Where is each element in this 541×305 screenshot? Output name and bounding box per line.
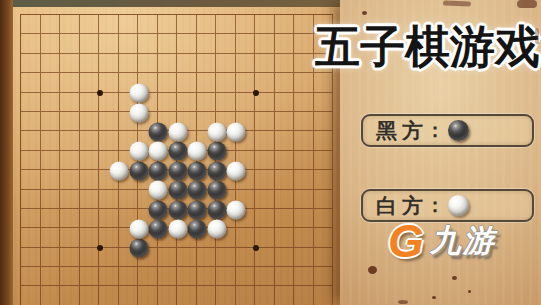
board-cell[interactable]	[294, 112, 314, 131]
board-cell[interactable]	[177, 15, 197, 34]
board-cell[interactable]	[236, 15, 256, 34]
black-stone	[188, 200, 207, 219]
board-cell[interactable]	[21, 112, 41, 131]
white-stone	[227, 122, 246, 141]
board-cell[interactable]	[80, 93, 100, 112]
black-player-colon: ：	[425, 117, 445, 144]
board-cell[interactable]	[314, 209, 334, 228]
board-cell[interactable]	[21, 151, 41, 170]
white-stone	[207, 122, 226, 141]
board-cell[interactable]	[80, 267, 100, 286]
board-cell[interactable]	[177, 248, 197, 267]
board-cell[interactable]	[294, 209, 314, 228]
board-cell[interactable]	[119, 54, 139, 73]
black-stone	[149, 219, 168, 238]
board-cell[interactable]	[275, 73, 295, 92]
black-stone	[188, 219, 207, 238]
board-cell[interactable]	[21, 228, 41, 247]
board-cell[interactable]	[275, 228, 295, 247]
board-cell[interactable]	[99, 209, 119, 228]
board-cell[interactable]	[255, 248, 275, 267]
board-cell[interactable]	[41, 190, 61, 209]
board-cell[interactable]	[21, 286, 41, 305]
board-cell[interactable]	[99, 15, 119, 34]
board-cell[interactable]	[236, 267, 256, 286]
board-cell[interactable]	[99, 267, 119, 286]
board-cell[interactable]	[138, 286, 158, 305]
star-point	[97, 245, 103, 251]
board-cell[interactable]	[294, 228, 314, 247]
board-cell[interactable]	[236, 248, 256, 267]
board-cell[interactable]	[41, 209, 61, 228]
board-cell[interactable]	[60, 112, 80, 131]
board-cell[interactable]	[138, 267, 158, 286]
white-stone	[168, 122, 187, 141]
board-cell[interactable]	[21, 170, 41, 189]
board-cell[interactable]	[99, 73, 119, 92]
board-cell[interactable]	[99, 286, 119, 305]
board-cell[interactable]	[21, 131, 41, 150]
board-cell[interactable]	[197, 286, 217, 305]
jiuyou-logo-text: 九游	[430, 220, 496, 262]
black-stone	[149, 161, 168, 180]
board-cell[interactable]	[119, 190, 139, 209]
black-stone	[168, 161, 187, 180]
board-cell[interactable]	[158, 93, 178, 112]
board-cell[interactable]	[60, 34, 80, 53]
white-stone	[168, 219, 187, 238]
board-cell[interactable]	[138, 15, 158, 34]
black-stone	[149, 122, 168, 141]
board-cell[interactable]	[60, 209, 80, 228]
board-cell[interactable]	[80, 209, 100, 228]
board-cell[interactable]	[99, 190, 119, 209]
side-panel: 五子棋游戏 黑方 ： 白方 ： G 九游	[340, 0, 541, 305]
board-cell[interactable]	[21, 73, 41, 92]
board-cell[interactable]	[177, 73, 197, 92]
board-cell[interactable]	[255, 286, 275, 305]
board-cell[interactable]	[294, 131, 314, 150]
board-cell[interactable]	[275, 54, 295, 73]
board-cell[interactable]	[255, 190, 275, 209]
board-cell[interactable]	[236, 54, 256, 73]
board-cell[interactable]	[21, 190, 41, 209]
board-cell[interactable]	[255, 131, 275, 150]
white-stone	[207, 219, 226, 238]
board-cell[interactable]	[60, 131, 80, 150]
board-cell[interactable]	[216, 54, 236, 73]
board-cell[interactable]	[314, 228, 334, 247]
board-cell[interactable]	[314, 112, 334, 131]
board-cell[interactable]	[255, 170, 275, 189]
board-cell[interactable]	[41, 267, 61, 286]
board-cell[interactable]	[60, 248, 80, 267]
board-cell[interactable]	[60, 190, 80, 209]
jiuyou-logo-icon: G	[388, 218, 424, 264]
black-stone	[129, 239, 148, 258]
board-cell[interactable]	[216, 15, 236, 34]
board-cell[interactable]	[41, 112, 61, 131]
board-cell[interactable]	[99, 228, 119, 247]
board-cell[interactable]	[255, 54, 275, 73]
board-cell[interactable]	[275, 34, 295, 53]
board-cell[interactable]	[158, 267, 178, 286]
board-left-edge	[0, 0, 13, 305]
black-stone	[207, 200, 226, 219]
white-stone	[188, 142, 207, 161]
white-stone	[129, 142, 148, 161]
gomoku-app: 五子棋游戏 黑方 ： 白方 ： G 九游	[0, 0, 541, 305]
white-stone-icon	[448, 195, 469, 216]
board-cell[interactable]	[41, 170, 61, 189]
white-stone	[227, 161, 246, 180]
board-cell[interactable]	[41, 54, 61, 73]
board-cell[interactable]	[216, 267, 236, 286]
ink-stain	[432, 296, 436, 299]
board-cell[interactable]	[99, 112, 119, 131]
board-cell[interactable]	[80, 190, 100, 209]
board-cell[interactable]	[275, 267, 295, 286]
board-cell[interactable]	[60, 54, 80, 73]
board-cell[interactable]	[197, 73, 217, 92]
board-cell[interactable]	[80, 54, 100, 73]
board-cell[interactable]	[275, 248, 295, 267]
board-cell[interactable]	[255, 209, 275, 228]
board-cell[interactable]	[314, 93, 334, 112]
board-cell[interactable]	[158, 54, 178, 73]
board-cell[interactable]	[314, 170, 334, 189]
board-cell[interactable]	[41, 73, 61, 92]
board-cell[interactable]	[119, 286, 139, 305]
board-cell[interactable]	[99, 54, 119, 73]
board-cell[interactable]	[314, 190, 334, 209]
board-cell[interactable]	[275, 209, 295, 228]
board-cell[interactable]	[275, 286, 295, 305]
board-cell[interactable]	[158, 15, 178, 34]
board-cell[interactable]	[138, 34, 158, 53]
ink-stain	[452, 276, 457, 280]
board-cell[interactable]	[177, 34, 197, 53]
board-cell[interactable]	[294, 93, 314, 112]
board-cell[interactable]	[236, 93, 256, 112]
board-cell[interactable]	[255, 267, 275, 286]
board-cell[interactable]	[197, 54, 217, 73]
board-cell[interactable]	[314, 286, 334, 305]
board-cell[interactable]	[275, 131, 295, 150]
black-stone	[207, 181, 226, 200]
white-stone	[129, 84, 148, 103]
board-cell[interactable]	[60, 93, 80, 112]
white-stone	[129, 219, 148, 238]
board-cell[interactable]	[177, 286, 197, 305]
black-player-strip: 黑方 ：	[361, 114, 534, 147]
board-cell[interactable]	[80, 170, 100, 189]
board-cell[interactable]	[41, 286, 61, 305]
board-cell[interactable]	[80, 131, 100, 150]
board-cell[interactable]	[41, 15, 61, 34]
black-stone	[207, 161, 226, 180]
ink-stain	[468, 290, 471, 293]
board-cell[interactable]	[60, 286, 80, 305]
board-cell[interactable]	[99, 248, 119, 267]
board-top-edge	[0, 0, 346, 7]
board-cell[interactable]	[41, 151, 61, 170]
board-cell[interactable]	[275, 15, 295, 34]
board-cell[interactable]	[216, 73, 236, 92]
board-cell[interactable]	[60, 170, 80, 189]
black-stone	[188, 181, 207, 200]
board-cell[interactable]	[80, 15, 100, 34]
board-cell[interactable]	[236, 73, 256, 92]
white-stone	[149, 181, 168, 200]
board-cell[interactable]	[197, 248, 217, 267]
white-stone	[129, 103, 148, 122]
board-cell[interactable]	[216, 286, 236, 305]
black-stone-icon	[448, 120, 469, 141]
board-cell[interactable]	[294, 54, 314, 73]
board-cell[interactable]	[255, 73, 275, 92]
black-stone	[168, 200, 187, 219]
ink-stain	[368, 266, 377, 274]
black-stone	[149, 200, 168, 219]
board-cell[interactable]	[294, 73, 314, 92]
board-cell[interactable]	[177, 54, 197, 73]
board-cell[interactable]	[314, 248, 334, 267]
board-cell[interactable]	[99, 131, 119, 150]
board-cell[interactable]	[80, 73, 100, 92]
board-cell[interactable]	[314, 131, 334, 150]
board-cell[interactable]	[80, 228, 100, 247]
board-cell[interactable]	[275, 190, 295, 209]
board-cell[interactable]	[294, 34, 314, 53]
board-cell[interactable]	[197, 93, 217, 112]
board-cell[interactable]	[21, 34, 41, 53]
board-cell[interactable]	[255, 151, 275, 170]
board-cell[interactable]	[294, 170, 314, 189]
black-player-label: 黑方	[376, 117, 428, 145]
black-stone	[207, 142, 226, 161]
board-cell[interactable]	[216, 34, 236, 53]
board-cell[interactable]	[41, 248, 61, 267]
board-cell[interactable]	[255, 112, 275, 131]
ink-smudge	[443, 1, 471, 7]
board-cell[interactable]	[216, 93, 236, 112]
board-cell[interactable]	[177, 267, 197, 286]
board-area	[0, 0, 352, 305]
black-stone	[168, 142, 187, 161]
board-cell[interactable]	[60, 267, 80, 286]
board-cell[interactable]	[294, 248, 314, 267]
ink-smudge	[535, 28, 539, 44]
board-cell[interactable]	[294, 190, 314, 209]
board-cell[interactable]	[314, 73, 334, 92]
board-cell[interactable]	[80, 34, 100, 53]
board-cell[interactable]	[21, 267, 41, 286]
board-cell[interactable]	[41, 131, 61, 150]
board-cell[interactable]	[41, 34, 61, 53]
board-cell[interactable]	[275, 112, 295, 131]
board-cell[interactable]	[60, 73, 80, 92]
board-cell[interactable]	[158, 73, 178, 92]
white-stone	[227, 200, 246, 219]
board-cell[interactable]	[21, 54, 41, 73]
board-cell[interactable]	[255, 15, 275, 34]
board-cell[interactable]	[119, 15, 139, 34]
black-stone	[129, 161, 148, 180]
board-cell[interactable]	[314, 151, 334, 170]
board-cell[interactable]	[138, 54, 158, 73]
board-cell[interactable]	[21, 248, 41, 267]
board-cell[interactable]	[255, 34, 275, 53]
board-cell[interactable]	[21, 93, 41, 112]
board-cell[interactable]	[158, 286, 178, 305]
board-cell[interactable]	[294, 286, 314, 305]
board-cell[interactable]	[236, 228, 256, 247]
star-point	[97, 90, 103, 96]
white-player-colon: ：	[425, 192, 445, 219]
go-board[interactable]	[20, 14, 333, 305]
white-stone	[110, 161, 129, 180]
board-cell[interactable]	[21, 209, 41, 228]
board-cell[interactable]	[294, 15, 314, 34]
board-cell[interactable]	[119, 34, 139, 53]
board-cell[interactable]	[41, 93, 61, 112]
board-cell[interactable]	[255, 228, 275, 247]
board-cell[interactable]	[119, 267, 139, 286]
ink-stain	[398, 300, 408, 304]
board-cell[interactable]	[99, 93, 119, 112]
board-cell[interactable]	[41, 228, 61, 247]
board-cell[interactable]	[294, 151, 314, 170]
board-cell[interactable]	[158, 248, 178, 267]
board-cell[interactable]	[197, 34, 217, 53]
board-cell[interactable]	[197, 15, 217, 34]
jiuyou-logo: G 九游	[388, 218, 496, 264]
ink-stain	[362, 11, 367, 15]
star-point	[253, 245, 259, 251]
board-cell[interactable]	[236, 286, 256, 305]
board-cell[interactable]	[60, 228, 80, 247]
board-cell[interactable]	[80, 112, 100, 131]
black-stone	[168, 181, 187, 200]
star-point	[253, 90, 259, 96]
board-cell[interactable]	[216, 248, 236, 267]
board-cell[interactable]	[80, 151, 100, 170]
board-cell[interactable]	[294, 267, 314, 286]
board-cell[interactable]	[80, 248, 100, 267]
board-cell[interactable]	[197, 267, 217, 286]
white-stone	[149, 142, 168, 161]
board-cell[interactable]	[60, 151, 80, 170]
board-cell[interactable]	[60, 15, 80, 34]
board-cell[interactable]	[158, 34, 178, 53]
board-cell[interactable]	[275, 151, 295, 170]
board-cell[interactable]	[21, 15, 41, 34]
ink-smudge	[517, 0, 537, 8]
black-stone	[188, 161, 207, 180]
board-cell[interactable]	[80, 286, 100, 305]
board-cell[interactable]	[275, 93, 295, 112]
board-cell[interactable]	[236, 34, 256, 53]
board-cell[interactable]	[314, 267, 334, 286]
board-cell[interactable]	[255, 93, 275, 112]
board-cell[interactable]	[177, 93, 197, 112]
board-cell[interactable]	[99, 34, 119, 53]
board-cell[interactable]	[275, 170, 295, 189]
game-title: 五子棋游戏	[315, 24, 540, 69]
